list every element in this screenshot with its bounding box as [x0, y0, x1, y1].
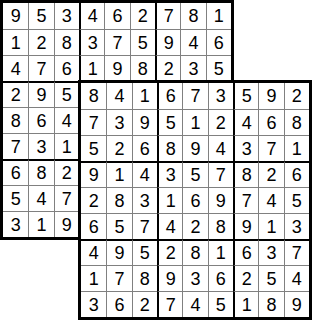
grid-b-cell-r6c4[interactable]: 4 — [157, 213, 182, 239]
grid-b-cell-r7c1[interactable]: 4 — [81, 239, 106, 265]
grid-b-digit-r5c8: 4 — [266, 192, 276, 210]
grid-b-digit-r8c9: 4 — [292, 270, 302, 288]
grid-a-digit-r9c1: 3 — [11, 216, 21, 234]
grid-b-cell-r3c4[interactable]: 8 — [157, 135, 182, 161]
grid-a-cell-r3c3[interactable]: 6 — [54, 55, 79, 81]
grid-b-digit-r6c9: 3 — [292, 218, 302, 236]
grid-b-cell-r9c4[interactable]: 7 — [157, 291, 182, 317]
grid-b-digit-r9c1: 3 — [89, 296, 99, 314]
grid-a-digit-r2c5: 7 — [112, 34, 122, 52]
grid-a-digit-r3c2: 7 — [36, 60, 46, 78]
grid-b-digit-r9c6: 5 — [216, 296, 226, 314]
grid-b-digit-r3c5: 9 — [190, 140, 200, 158]
twodoku-board: 9534627811283759464761982352958416738647… — [0, 0, 312, 320]
grid-b-digit-r6c7: 9 — [242, 218, 252, 236]
grid-a-digit-r5c2: 6 — [36, 112, 46, 130]
grid-a-digit-r1c9: 1 — [214, 7, 224, 25]
grid-b-cell-r3c3[interactable]: 6 — [132, 135, 157, 161]
grid-b-digit-r8c2: 7 — [114, 270, 124, 288]
grid-b-digit-r9c5: 4 — [190, 296, 200, 314]
grid-b-digit-r5c6: 9 — [216, 192, 226, 210]
grid-b-cell-r4c9[interactable]: 6 — [284, 161, 309, 187]
grid-a-digit-r8c2: 4 — [36, 190, 46, 208]
grid-b-digit-r4c5: 5 — [190, 166, 200, 184]
grid-a-cell-r8c1[interactable]: 5 — [3, 185, 28, 211]
grid-b-cell-r6c6[interactable]: 8 — [208, 213, 233, 239]
grid-b-digit-r6c5: 2 — [190, 218, 200, 236]
grid-a-cell-r1c4[interactable]: 4 — [79, 3, 104, 29]
grid-a-cell-r5c3[interactable]: 4 — [54, 107, 79, 133]
grid-b-digit-r1c7: 5 — [242, 87, 252, 105]
grid-a-cell-r3c8[interactable]: 3 — [180, 55, 205, 81]
grid-a-cell-r2c3[interactable]: 8 — [54, 29, 79, 55]
grid-a-cell-r3c4[interactable]: 1 — [79, 55, 104, 81]
grid-a-cell-r3c9[interactable]: 5 — [206, 55, 231, 81]
grid-b-cell-r2c1[interactable]: 7 — [81, 109, 106, 135]
grid-b-digit-r8c7: 2 — [242, 270, 252, 288]
grid-a-cell-r1c6[interactable]: 2 — [130, 3, 155, 29]
grid-b-digit-r2c5: 1 — [190, 114, 200, 132]
grid-b-cell-r1c3[interactable]: 1 — [132, 83, 157, 109]
grid-b-cell-r5c4[interactable]: 1 — [157, 187, 182, 213]
grid-b-digit-r1c2: 4 — [114, 87, 124, 105]
grid-b-digit-r4c6: 7 — [216, 166, 226, 184]
grid-b-cell-r5c3[interactable]: 3 — [132, 187, 157, 213]
grid-b-cell-r3c5[interactable]: 9 — [182, 135, 207, 161]
grid-b-digit-r7c3: 5 — [140, 244, 150, 262]
grid-a-digit-r2c3: 8 — [62, 34, 72, 52]
grid-b-cell-r2c9[interactable]: 8 — [284, 109, 309, 135]
grid-a-cell-r1c1[interactable]: 9 — [3, 3, 28, 29]
grid-a-digit-r6c3: 1 — [62, 138, 72, 156]
grid-b-digit-r4c9: 6 — [292, 166, 302, 184]
grid-a-digit-r3c1: 4 — [11, 60, 21, 78]
grid-b-digit-r9c3: 2 — [140, 296, 150, 314]
grid-a-cell-r2c7[interactable]: 9 — [155, 29, 180, 55]
grid-b-cell-r4c3[interactable]: 4 — [132, 161, 157, 187]
grid-a-digit-r1c6: 2 — [138, 7, 148, 25]
grid-b-cell-r3c8[interactable]: 7 — [258, 135, 283, 161]
grid-b-cell-r4c5[interactable]: 5 — [182, 161, 207, 187]
grid-b-cell-r8c3[interactable]: 8 — [132, 265, 157, 291]
grid-a-cell-r2c2[interactable]: 2 — [28, 29, 53, 55]
grid-a-digit-r7c2: 8 — [36, 164, 46, 182]
grid-b-cell-r1c9[interactable]: 2 — [284, 83, 309, 109]
grid-b-digit-r8c4: 9 — [166, 270, 176, 288]
grid-a-cell-r4c1[interactable]: 2 — [3, 81, 28, 107]
grid-b-digit-r5c4: 1 — [166, 192, 176, 210]
grid-b-digit-r4c2: 1 — [114, 166, 124, 184]
grid-a-digit-r3c8: 3 — [188, 60, 198, 78]
grid-a-cell-r1c5[interactable]: 6 — [104, 3, 129, 29]
grid-b-cell-r3c1[interactable]: 5 — [81, 135, 106, 161]
grid-b-cell-r2c6[interactable]: 2 — [208, 109, 233, 135]
grid-b-cell-r8c7[interactable]: 2 — [233, 265, 258, 291]
grid-b-digit-r2c9: 8 — [292, 114, 302, 132]
grid-b-digit-r1c9: 2 — [292, 87, 302, 105]
grid-a-digit-r2c8: 4 — [188, 34, 198, 52]
grid-b-digit-r3c4: 8 — [166, 140, 176, 158]
grid-a-digit-r2c6: 5 — [138, 34, 148, 52]
grid-a-cell-r7c1[interactable]: 6 — [3, 159, 28, 185]
grid-a-digit-r1c8: 8 — [188, 7, 198, 25]
grid-b-digit-r6c4: 4 — [166, 218, 176, 236]
grid-b-digit-r7c8: 3 — [266, 244, 276, 262]
grid-a-digit-r2c9: 6 — [214, 34, 224, 52]
grid-a-cell-r3c2[interactable]: 7 — [28, 55, 53, 81]
grid-a-cell-r9c1[interactable]: 3 — [3, 211, 28, 237]
grid-b-cell-r7c7[interactable]: 6 — [233, 239, 258, 265]
grid-b-digit-r4c3: 4 — [140, 166, 150, 184]
grid-b-digit-r3c8: 7 — [266, 140, 276, 158]
grid-b-cell-r5c5[interactable]: 6 — [182, 187, 207, 213]
grid-b-cell-r7c3[interactable]: 5 — [132, 239, 157, 265]
grid-b-cell-r6c1[interactable]: 6 — [81, 213, 106, 239]
grid-b-digit-r9c9: 9 — [292, 296, 302, 314]
grid-b-digit-r3c7: 3 — [242, 140, 252, 158]
grid-b-digit-r7c6: 1 — [216, 244, 226, 262]
grid-b-digit-r5c3: 3 — [140, 192, 150, 210]
grid-b-cell-r6c2[interactable]: 5 — [106, 213, 131, 239]
grid-b-cell-r8c6[interactable]: 6 — [208, 265, 233, 291]
grid-b-digit-r2c7: 4 — [242, 114, 252, 132]
grid-b-digit-r2c1: 7 — [89, 114, 99, 132]
grid-a-digit-r1c3: 3 — [62, 7, 72, 25]
grid-a-cell-r3c6[interactable]: 8 — [130, 55, 155, 81]
grid-b-cell-r6c8[interactable]: 1 — [258, 213, 283, 239]
grid-b-digit-r1c4: 6 — [166, 87, 176, 105]
grid-b-cell-r2c7[interactable]: 4 — [233, 109, 258, 135]
grid-b-cell-r7c4[interactable]: 2 — [157, 239, 182, 265]
sudoku-grid-b: 8416735927395124685268943719143578262831… — [78, 80, 312, 320]
grid-b-digit-r8c3: 8 — [140, 270, 150, 288]
grid-a-digit-r8c3: 7 — [62, 190, 72, 208]
grid-b-cell-r5c8[interactable]: 4 — [258, 187, 283, 213]
grid-b-cell-r2c5[interactable]: 1 — [182, 109, 207, 135]
grid-a-cell-r2c6[interactable]: 5 — [130, 29, 155, 55]
grid-a-digit-r6c2: 3 — [36, 138, 46, 156]
grid-b-digit-r9c2: 6 — [114, 296, 124, 314]
grid-a-cell-r9c2[interactable]: 1 — [28, 211, 53, 237]
grid-b-cell-r3c6[interactable]: 4 — [208, 135, 233, 161]
grid-a-cell-r3c5[interactable]: 9 — [104, 55, 129, 81]
grid-b-digit-r3c2: 2 — [114, 140, 124, 158]
grid-a-digit-r3c6: 8 — [138, 60, 148, 78]
grid-b-digit-r8c5: 3 — [190, 270, 200, 288]
grid-a-digit-r9c3: 9 — [62, 216, 72, 234]
grid-b-digit-r4c1: 9 — [89, 166, 99, 184]
grid-b-cell-r4c4[interactable]: 3 — [157, 161, 182, 187]
grid-a-cell-r5c1[interactable]: 8 — [3, 107, 28, 133]
grid-b-digit-r1c8: 9 — [266, 87, 276, 105]
grid-b-digit-r7c2: 9 — [114, 244, 124, 262]
grid-b-digit-r7c9: 7 — [292, 244, 302, 262]
grid-b-digit-r3c6: 4 — [216, 140, 226, 158]
grid-b-cell-r9c2[interactable]: 6 — [106, 291, 131, 317]
grid-b-digit-r9c7: 1 — [242, 296, 252, 314]
grid-b-digit-r3c3: 6 — [140, 140, 150, 158]
grid-a-digit-r2c7: 9 — [164, 34, 174, 52]
grid-b-cell-r4c6[interactable]: 7 — [208, 161, 233, 187]
grid-b-cell-r1c2[interactable]: 4 — [106, 83, 131, 109]
grid-a-digit-r9c2: 1 — [36, 216, 46, 234]
grid-a-digit-r8c1: 5 — [11, 190, 21, 208]
grid-b-digit-r9c8: 8 — [266, 296, 276, 314]
grid-b-digit-r6c3: 7 — [140, 218, 150, 236]
grid-b-cell-r1c1[interactable]: 8 — [81, 83, 106, 109]
grid-a-cell-r8c3[interactable]: 7 — [54, 185, 79, 211]
grid-b-cell-r4c8[interactable]: 2 — [258, 161, 283, 187]
grid-a-cell-r5c2[interactable]: 6 — [28, 107, 53, 133]
grid-a-cell-r1c9[interactable]: 1 — [206, 3, 231, 29]
grid-b-cell-r1c7[interactable]: 5 — [233, 83, 258, 109]
grid-b-cell-r7c2[interactable]: 9 — [106, 239, 131, 265]
grid-a-digit-r3c5: 9 — [112, 60, 122, 78]
grid-a-cell-r3c1[interactable]: 4 — [3, 55, 28, 81]
grid-a-cell-r7c3[interactable]: 2 — [54, 159, 79, 185]
grid-a-digit-r4c3: 5 — [62, 86, 72, 104]
grid-a-digit-r2c4: 3 — [88, 34, 98, 52]
grid-b-cell-r7c8[interactable]: 3 — [258, 239, 283, 265]
grid-b-cell-r7c5[interactable]: 8 — [182, 239, 207, 265]
grid-a-digit-r2c1: 1 — [11, 34, 21, 52]
grid-b-digit-r1c5: 7 — [190, 87, 200, 105]
grid-b-digit-r1c6: 3 — [216, 87, 226, 105]
grid-b-cell-r5c2[interactable]: 8 — [106, 187, 131, 213]
grid-b-digit-r6c8: 1 — [266, 218, 276, 236]
grid-a-cell-r4c3[interactable]: 5 — [54, 81, 79, 107]
grid-b-digit-r7c1: 4 — [89, 244, 99, 262]
grid-b-digit-r7c5: 8 — [190, 244, 200, 262]
grid-a-cell-r2c9[interactable]: 6 — [206, 29, 231, 55]
grid-a-digit-r1c1: 9 — [11, 7, 21, 25]
grid-b-cell-r2c3[interactable]: 9 — [132, 109, 157, 135]
grid-b-digit-r6c6: 8 — [216, 218, 226, 236]
grid-a-cell-r2c4[interactable]: 3 — [79, 29, 104, 55]
grid-b-digit-r7c4: 2 — [166, 244, 176, 262]
grid-b-digit-r5c2: 8 — [114, 192, 124, 210]
grid-a-cell-r2c8[interactable]: 4 — [180, 29, 205, 55]
grid-b-cell-r1c4[interactable]: 6 — [157, 83, 182, 109]
grid-a-cell-r1c3[interactable]: 3 — [54, 3, 79, 29]
grid-b-cell-r2c2[interactable]: 3 — [106, 109, 131, 135]
grid-b-cell-r9c5[interactable]: 4 — [182, 291, 207, 317]
grid-b-digit-r1c1: 8 — [89, 87, 99, 105]
grid-b-cell-r8c1[interactable]: 1 — [81, 265, 106, 291]
grid-b-cell-r6c7[interactable]: 9 — [233, 213, 258, 239]
grid-b-cell-r3c9[interactable]: 1 — [284, 135, 309, 161]
grid-a-cell-r6c3[interactable]: 1 — [54, 133, 79, 159]
grid-b-cell-r7c6[interactable]: 1 — [208, 239, 233, 265]
grid-a-digit-r3c4: 1 — [88, 60, 98, 78]
grid-b-digit-r5c1: 2 — [89, 192, 99, 210]
grid-b-digit-r8c8: 5 — [266, 270, 276, 288]
grid-b-cell-r8c5[interactable]: 3 — [182, 265, 207, 291]
grid-a-cell-r7c2[interactable]: 8 — [28, 159, 53, 185]
grid-a-digit-r1c7: 7 — [164, 7, 174, 25]
grid-b-digit-r2c4: 5 — [166, 114, 176, 132]
grid-b-digit-r1c3: 1 — [140, 87, 150, 105]
grid-b-digit-r8c6: 6 — [216, 270, 226, 288]
grid-a-cell-r4c2[interactable]: 9 — [28, 81, 53, 107]
grid-b-cell-r6c5[interactable]: 2 — [182, 213, 207, 239]
grid-b-digit-r9c4: 7 — [166, 296, 176, 314]
grid-a-cell-r3c7[interactable]: 2 — [155, 55, 180, 81]
grid-b-cell-r5c7[interactable]: 7 — [233, 187, 258, 213]
grid-b-cell-r9c8[interactable]: 8 — [258, 291, 283, 317]
grid-a-digit-r6c1: 7 — [11, 138, 21, 156]
grid-b-cell-r5c1[interactable]: 2 — [81, 187, 106, 213]
grid-a-digit-r1c4: 4 — [88, 7, 98, 25]
grid-a-cell-r9c3[interactable]: 9 — [54, 211, 79, 237]
grid-b-cell-r4c1[interactable]: 9 — [81, 161, 106, 187]
grid-a-cell-r1c8[interactable]: 8 — [180, 3, 205, 29]
grid-b-digit-r3c9: 1 — [292, 140, 302, 158]
grid-b-digit-r2c3: 9 — [140, 114, 150, 132]
grid-b-cell-r2c4[interactable]: 5 — [157, 109, 182, 135]
grid-b-cell-r3c2[interactable]: 2 — [106, 135, 131, 161]
grid-b-digit-r5c9: 5 — [292, 192, 302, 210]
grid-a-digit-r1c2: 5 — [36, 7, 46, 25]
grid-a-cell-r8c2[interactable]: 4 — [28, 185, 53, 211]
grid-b-digit-r2c2: 3 — [114, 114, 124, 132]
grid-b-cell-r8c2[interactable]: 7 — [106, 265, 131, 291]
grid-a-digit-r4c2: 9 — [36, 86, 46, 104]
grid-b-digit-r7c7: 6 — [242, 244, 252, 262]
grid-b-digit-r4c4: 3 — [166, 166, 176, 184]
grid-a-cell-r1c2[interactable]: 5 — [28, 3, 53, 29]
grid-b-digit-r4c8: 2 — [266, 166, 276, 184]
grid-b-digit-r5c5: 6 — [190, 192, 200, 210]
grid-a-digit-r4c1: 2 — [11, 86, 21, 104]
grid-b-cell-r9c7[interactable]: 1 — [233, 291, 258, 317]
grid-a-digit-r5c3: 4 — [62, 112, 72, 130]
grid-b-digit-r5c7: 7 — [242, 192, 252, 210]
grid-b-cell-r1c8[interactable]: 9 — [258, 83, 283, 109]
grid-b-digit-r6c1: 6 — [89, 218, 99, 236]
grid-b-digit-r2c8: 6 — [266, 114, 276, 132]
grid-b-cell-r6c3[interactable]: 7 — [132, 213, 157, 239]
grid-b-cell-r9c3[interactable]: 2 — [132, 291, 157, 317]
grid-a-digit-r7c1: 6 — [11, 164, 21, 182]
grid-a-cell-r1c7[interactable]: 7 — [155, 3, 180, 29]
grid-a-digit-r3c7: 2 — [164, 60, 174, 78]
grid-a-digit-r2c2: 2 — [36, 34, 46, 52]
grid-b-cell-r9c6[interactable]: 5 — [208, 291, 233, 317]
grid-a-cell-r2c5[interactable]: 7 — [104, 29, 129, 55]
grid-b-cell-r8c8[interactable]: 5 — [258, 265, 283, 291]
grid-a-digit-r3c9: 5 — [214, 60, 224, 78]
grid-b-digit-r3c1: 5 — [89, 140, 99, 158]
grid-b-cell-r8c4[interactable]: 9 — [157, 265, 182, 291]
grid-b-cell-r7c9[interactable]: 7 — [284, 239, 309, 265]
grid-b-digit-r8c1: 1 — [89, 270, 99, 288]
grid-b-cell-r9c9[interactable]: 9 — [284, 291, 309, 317]
grid-a-cell-r6c2[interactable]: 3 — [28, 133, 53, 159]
grid-b-cell-r1c5[interactable]: 7 — [182, 83, 207, 109]
grid-b-cell-r4c2[interactable]: 1 — [106, 161, 131, 187]
grid-b-cell-r1c6[interactable]: 3 — [208, 83, 233, 109]
grid-b-cell-r5c6[interactable]: 9 — [208, 187, 233, 213]
grid-b-cell-r3c7[interactable]: 3 — [233, 135, 258, 161]
grid-b-digit-r2c6: 2 — [216, 114, 226, 132]
grid-a-digit-r1c5: 6 — [112, 7, 122, 25]
grid-a-digit-r5c1: 8 — [11, 112, 21, 130]
grid-a-digit-r7c3: 2 — [62, 164, 72, 182]
grid-a-cell-r2c1[interactable]: 1 — [3, 29, 28, 55]
grid-b-digit-r4c7: 8 — [242, 166, 252, 184]
grid-a-cell-r6c1[interactable]: 7 — [3, 133, 28, 159]
grid-a-digit-r3c3: 6 — [62, 60, 72, 78]
grid-b-cell-r6c9[interactable]: 3 — [284, 213, 309, 239]
grid-b-cell-r8c9[interactable]: 4 — [284, 265, 309, 291]
grid-b-cell-r5c9[interactable]: 5 — [284, 187, 309, 213]
grid-b-cell-r2c8[interactable]: 6 — [258, 109, 283, 135]
grid-b-cell-r9c1[interactable]: 3 — [81, 291, 106, 317]
grid-b-cell-r4c7[interactable]: 8 — [233, 161, 258, 187]
grid-b-digit-r6c2: 5 — [114, 218, 124, 236]
